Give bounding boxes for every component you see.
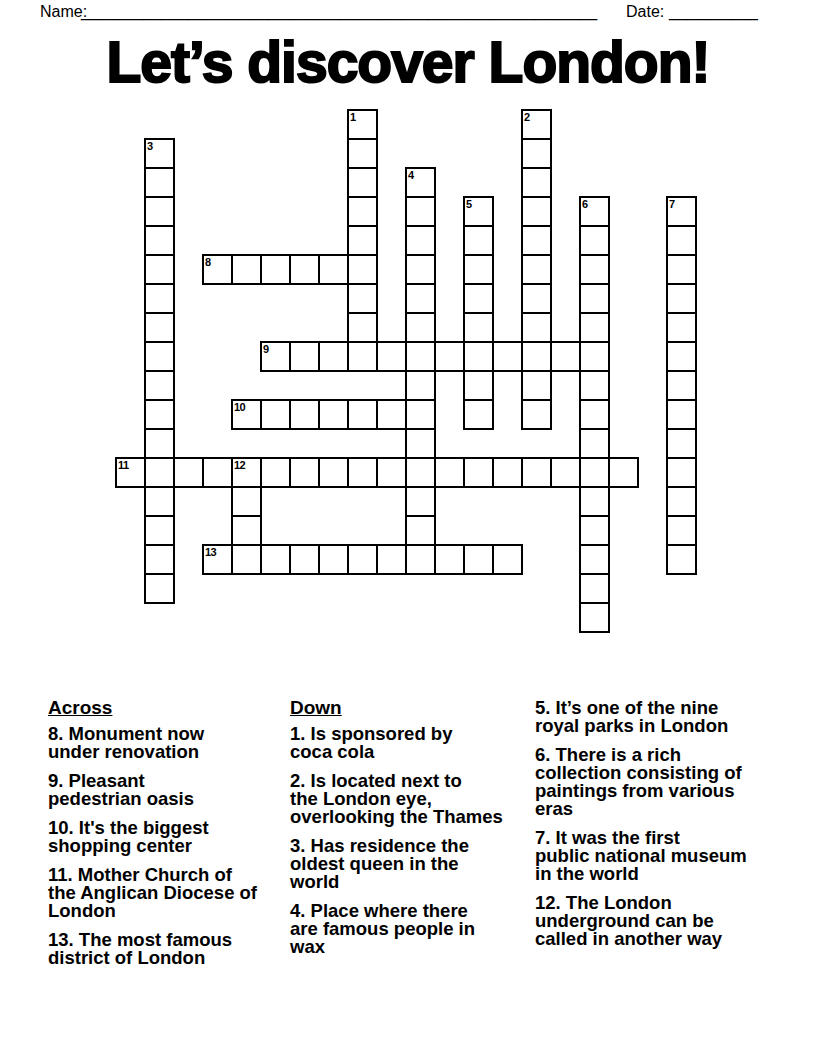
grid-cell-r11c19[interactable] xyxy=(666,428,697,459)
grid-cell-r5c4[interactable] xyxy=(231,254,262,285)
grid-cell-r11c16[interactable] xyxy=(579,428,610,459)
grid-cell-r10c8[interactable] xyxy=(347,399,378,430)
grid-cell-r10c10[interactable] xyxy=(405,399,436,430)
grid-cell-r15c11[interactable] xyxy=(434,544,465,575)
grid-cell-r7c1[interactable] xyxy=(144,312,175,343)
grid-cell-r12c6[interactable] xyxy=(289,457,320,488)
grid-cell-r6c14[interactable] xyxy=(521,283,552,314)
grid-cell-r15c6[interactable] xyxy=(289,544,320,575)
across-clue-10: 10. It's the biggest shopping center xyxy=(48,819,298,855)
grid-cell-r10c5[interactable] xyxy=(260,399,291,430)
grid-cell-r8c10[interactable] xyxy=(405,341,436,372)
grid-cell-r5c8[interactable] xyxy=(347,254,378,285)
cell-number-8: 8 xyxy=(205,256,211,268)
grid-cell-r7c8[interactable] xyxy=(347,312,378,343)
grid-cell-r8c11[interactable] xyxy=(434,341,465,372)
grid-cell-r11c1[interactable] xyxy=(144,428,175,459)
cell-number-3: 3 xyxy=(147,140,153,152)
down-clues-list-1: 1. Is sponsored by coca cola2. Is locate… xyxy=(290,725,540,956)
grid-cell-r12c0[interactable]: 11 xyxy=(115,457,146,488)
cell-number-2: 2 xyxy=(524,111,530,123)
down-clue-1: 1. Is sponsored by coca cola xyxy=(290,725,540,761)
grid-cell-r13c10[interactable] xyxy=(405,486,436,517)
grid-cell-r12c7[interactable] xyxy=(318,457,349,488)
grid-cell-r4c1[interactable] xyxy=(144,225,175,256)
cell-number-13: 13 xyxy=(205,546,216,558)
grid-cell-r12c5[interactable] xyxy=(260,457,291,488)
grid-cell-r12c14[interactable] xyxy=(521,457,552,488)
down-clues-column-1: Down 1. Is sponsored by coca cola2. Is l… xyxy=(290,699,540,967)
grid-cell-r3c19[interactable]: 7 xyxy=(666,196,697,227)
grid-cell-r15c13[interactable] xyxy=(492,544,523,575)
grid-cell-r5c7[interactable] xyxy=(318,254,349,285)
grid-cell-r10c4[interactable]: 10 xyxy=(231,399,262,430)
grid-cell-r7c16[interactable] xyxy=(579,312,610,343)
grid-cell-r9c10[interactable] xyxy=(405,370,436,401)
grid-cell-r9c14[interactable] xyxy=(521,370,552,401)
grid-cell-r12c19[interactable] xyxy=(666,457,697,488)
grid-cell-r15c3[interactable]: 13 xyxy=(202,544,233,575)
down-clue-6: 6. There is a rich collection consisting… xyxy=(535,746,807,818)
down-clue-3: 3. Has residence the oldest queen in the… xyxy=(290,837,540,891)
grid-cell-r12c17[interactable] xyxy=(608,457,639,488)
grid-cell-r10c1[interactable] xyxy=(144,399,175,430)
grid-cell-r15c10[interactable] xyxy=(405,544,436,575)
across-clue-8: 8. Monument now under renovation xyxy=(48,725,298,761)
date-label: Date: xyxy=(626,3,664,21)
grid-cell-r5c1[interactable] xyxy=(144,254,175,285)
cell-number-1: 1 xyxy=(350,111,356,123)
grid-cell-r10c9[interactable] xyxy=(376,399,407,430)
grid-cell-r9c1[interactable] xyxy=(144,370,175,401)
name-blank-line[interactable]: ________________________________________… xyxy=(81,3,597,21)
grid-cell-r14c4[interactable] xyxy=(231,515,262,546)
grid-cell-r15c16[interactable] xyxy=(579,544,610,575)
grid-cell-r13c16[interactable] xyxy=(579,486,610,517)
grid-cell-r3c8[interactable] xyxy=(347,196,378,227)
grid-cell-r16c16[interactable] xyxy=(579,573,610,604)
grid-cell-r5c6[interactable] xyxy=(289,254,320,285)
down-clue-4: 4. Place where there are famous people i… xyxy=(290,902,540,956)
grid-cell-r12c13[interactable] xyxy=(492,457,523,488)
grid-cell-r5c14[interactable] xyxy=(521,254,552,285)
grid-cell-r14c16[interactable] xyxy=(579,515,610,546)
cell-number-10: 10 xyxy=(234,401,245,413)
grid-cell-r9c16[interactable] xyxy=(579,370,610,401)
across-clues-column: Across 8. Monument now under renovation9… xyxy=(48,699,298,978)
grid-cell-r14c1[interactable] xyxy=(144,515,175,546)
grid-cell-r3c14[interactable] xyxy=(521,196,552,227)
grid-cell-r10c6[interactable] xyxy=(289,399,320,430)
grid-cell-r6c19[interactable] xyxy=(666,283,697,314)
across-clue-9: 9. Pleasant pedestrian oasis xyxy=(48,772,298,808)
grid-cell-r3c16[interactable]: 6 xyxy=(579,196,610,227)
down-clues-column-2: 5. It’s one of the nine royal parks in L… xyxy=(535,699,807,959)
grid-cell-r7c19[interactable] xyxy=(666,312,697,343)
across-clue-11: 11. Mother Church of the Anglican Dioces… xyxy=(48,866,298,920)
grid-cell-r1c1[interactable]: 3 xyxy=(144,138,175,169)
grid-cell-r10c16[interactable] xyxy=(579,399,610,430)
grid-cell-r15c19[interactable] xyxy=(666,544,697,575)
grid-cell-r4c10[interactable] xyxy=(405,225,436,256)
grid-cell-r6c12[interactable] xyxy=(463,283,494,314)
grid-cell-r9c12[interactable] xyxy=(463,370,494,401)
grid-cell-r8c7[interactable] xyxy=(318,341,349,372)
grid-cell-r8c12[interactable] xyxy=(463,341,494,372)
cell-number-9: 9 xyxy=(263,343,269,355)
down-clue-2: 2. Is located next to the London eye, ov… xyxy=(290,772,540,826)
grid-cell-r10c12[interactable] xyxy=(463,399,494,430)
grid-cell-r4c12[interactable] xyxy=(463,225,494,256)
across-clues-list: 8. Monument now under renovation9. Pleas… xyxy=(48,725,298,967)
grid-cell-r13c19[interactable] xyxy=(666,486,697,517)
down-heading: Down xyxy=(290,699,540,717)
grid-cell-r2c14[interactable] xyxy=(521,167,552,198)
grid-cell-r12c16[interactable] xyxy=(579,457,610,488)
grid-cell-r3c1[interactable] xyxy=(144,196,175,227)
grid-cell-r13c4[interactable] xyxy=(231,486,262,517)
down-clues-list-2: 5. It’s one of the nine royal parks in L… xyxy=(535,699,807,948)
grid-cell-r8c6[interactable] xyxy=(289,341,320,372)
grid-cell-r15c4[interactable] xyxy=(231,544,262,575)
grid-cell-r9c19[interactable] xyxy=(666,370,697,401)
grid-cell-r5c10[interactable] xyxy=(405,254,436,285)
grid-cell-r0c8[interactable]: 1 xyxy=(347,109,378,140)
grid-cell-r3c10[interactable] xyxy=(405,196,436,227)
cell-number-4: 4 xyxy=(408,169,414,181)
grid-cell-r10c19[interactable] xyxy=(666,399,697,430)
grid-cell-r4c16[interactable] xyxy=(579,225,610,256)
grid-cell-r1c8[interactable] xyxy=(347,138,378,169)
grid-cell-r8c1[interactable] xyxy=(144,341,175,372)
grid-cell-r8c14[interactable] xyxy=(521,341,552,372)
grid-cell-r2c1[interactable] xyxy=(144,167,175,198)
grid-cell-r8c5[interactable]: 9 xyxy=(260,341,291,372)
grid-cell-r12c8[interactable] xyxy=(347,457,378,488)
across-clue-13: 13. The most famous district of London xyxy=(48,931,298,967)
grid-cell-r5c5[interactable] xyxy=(260,254,291,285)
grid-cell-r12c2[interactable] xyxy=(173,457,204,488)
grid-cell-r12c3[interactable] xyxy=(202,457,233,488)
grid-cell-r11c10[interactable] xyxy=(405,428,436,459)
cell-number-11: 11 xyxy=(118,459,129,471)
grid-cell-r5c19[interactable] xyxy=(666,254,697,285)
grid-cell-r0c14[interactable]: 2 xyxy=(521,109,552,140)
cell-number-5: 5 xyxy=(466,198,472,210)
grid-cell-r12c12[interactable] xyxy=(463,457,494,488)
grid-cell-r12c4[interactable]: 12 xyxy=(231,457,262,488)
grid-cell-r4c8[interactable] xyxy=(347,225,378,256)
grid-cell-r6c8[interactable] xyxy=(347,283,378,314)
grid-cell-r3c12[interactable]: 5 xyxy=(463,196,494,227)
across-heading: Across xyxy=(48,699,298,717)
grid-cell-r6c10[interactable] xyxy=(405,283,436,314)
grid-cell-r15c8[interactable] xyxy=(347,544,378,575)
cell-number-7: 7 xyxy=(669,198,675,210)
grid-cell-r14c19[interactable] xyxy=(666,515,697,546)
grid-cell-r10c7[interactable] xyxy=(318,399,349,430)
grid-cell-r17c16[interactable] xyxy=(579,602,610,633)
grid-cell-r15c7[interactable] xyxy=(318,544,349,575)
grid-cell-r2c10[interactable]: 4 xyxy=(405,167,436,198)
grid-cell-r6c16[interactable] xyxy=(579,283,610,314)
grid-cell-r8c8[interactable] xyxy=(347,341,378,372)
grid-cell-r6c1[interactable] xyxy=(144,283,175,314)
grid-cell-r8c16[interactable] xyxy=(579,341,610,372)
grid-cell-r1c14[interactable] xyxy=(521,138,552,169)
grid-cell-r5c16[interactable] xyxy=(579,254,610,285)
grid-cell-r5c3[interactable]: 8 xyxy=(202,254,233,285)
grid-cell-r12c11[interactable] xyxy=(434,457,465,488)
grid-cell-r12c1[interactable] xyxy=(144,457,175,488)
grid-cell-r8c15[interactable] xyxy=(550,341,581,372)
grid-cell-r7c14[interactable] xyxy=(521,312,552,343)
cell-number-6: 6 xyxy=(582,198,588,210)
down-clue-7: 7. It was the first public national muse… xyxy=(535,829,807,883)
grid-cell-r12c15[interactable] xyxy=(550,457,581,488)
grid-cell-r7c10[interactable] xyxy=(405,312,436,343)
grid-cell-r4c19[interactable] xyxy=(666,225,697,256)
grid-cell-r5c12[interactable] xyxy=(463,254,494,285)
date-blank-line[interactable]: __________ xyxy=(669,3,758,21)
grid-cell-r2c8[interactable] xyxy=(347,167,378,198)
cell-number-12: 12 xyxy=(234,459,245,471)
worksheet-page: Name: __________________________________… xyxy=(0,0,816,1056)
grid-cell-r15c1[interactable] xyxy=(144,544,175,575)
grid-cell-r15c9[interactable] xyxy=(376,544,407,575)
grid-cell-r7c12[interactable] xyxy=(463,312,494,343)
crossword-grid: 12345678910111213 xyxy=(116,110,700,636)
grid-cell-r8c19[interactable] xyxy=(666,341,697,372)
grid-cell-r8c9[interactable] xyxy=(376,341,407,372)
grid-cell-r4c14[interactable] xyxy=(521,225,552,256)
grid-cell-r13c1[interactable] xyxy=(144,486,175,517)
grid-cell-r12c9[interactable] xyxy=(376,457,407,488)
grid-cell-r14c10[interactable] xyxy=(405,515,436,546)
grid-cell-r15c5[interactable] xyxy=(260,544,291,575)
grid-cell-r16c1[interactable] xyxy=(144,573,175,604)
down-clue-5: 5. It’s one of the nine royal parks in L… xyxy=(535,699,807,735)
grid-cell-r12c10[interactable] xyxy=(405,457,436,488)
down-clue-12: 12. The London underground can be called… xyxy=(535,894,807,948)
page-title: Let’s discover London! xyxy=(0,33,816,93)
grid-cell-r8c13[interactable] xyxy=(492,341,523,372)
grid-cell-r10c14[interactable] xyxy=(521,399,552,430)
grid-cell-r15c12[interactable] xyxy=(463,544,494,575)
